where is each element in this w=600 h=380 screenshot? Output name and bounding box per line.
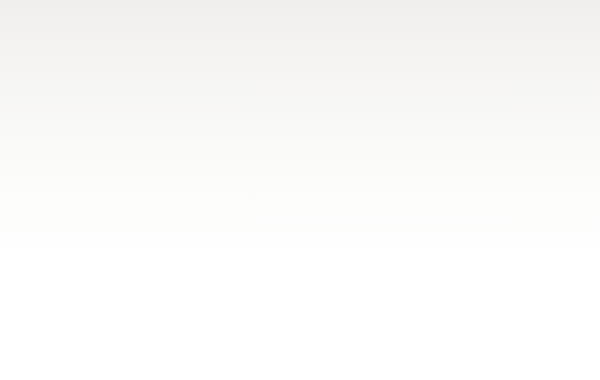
chess-set-photo	[0, 0, 600, 380]
chess-board	[0, 0, 600, 380]
